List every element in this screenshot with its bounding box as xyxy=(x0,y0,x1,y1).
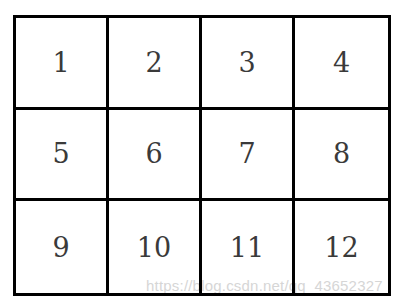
numbered-grid-board: 1 2 3 4 5 6 7 8 9 10 11 12 xyxy=(13,15,391,296)
grid-cell-r0c3: 4 xyxy=(295,18,388,110)
grid-cell-r1c1: 6 xyxy=(109,110,202,202)
grid-cell-r2c3: 12 xyxy=(295,201,388,293)
grid-cell-r2c1: 10 xyxy=(109,201,202,293)
grid-cell-r1c3: 8 xyxy=(295,110,388,202)
grid-cell-r0c0: 1 xyxy=(16,18,109,110)
grid-cell-r0c2: 3 xyxy=(202,18,295,110)
grid-cell-r0c1: 2 xyxy=(109,18,202,110)
grid-cell-r2c0: 9 xyxy=(16,201,109,293)
grid-cell-r2c2: 11 xyxy=(202,201,295,293)
grid-cell-r1c0: 5 xyxy=(16,110,109,202)
grid-cell-r1c2: 7 xyxy=(202,110,295,202)
